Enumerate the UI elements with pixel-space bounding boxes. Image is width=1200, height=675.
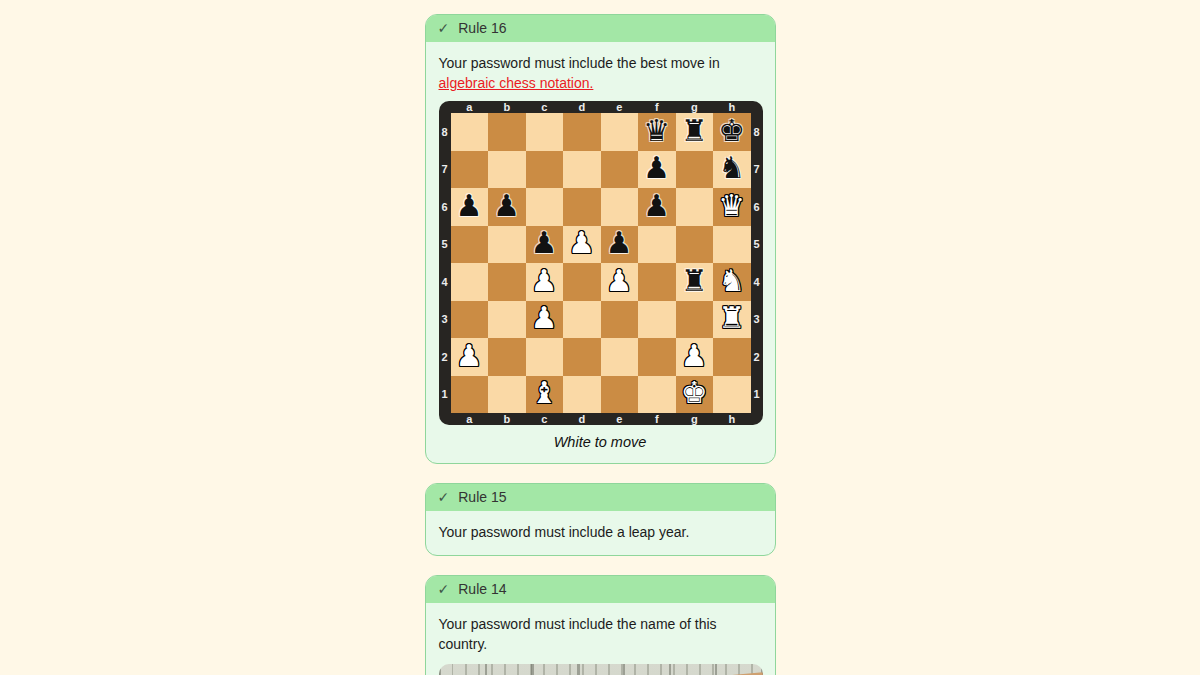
square-c3: ♟	[526, 301, 564, 339]
rank-label-1-left: 1	[439, 376, 451, 414]
black-pawn: ♟	[456, 191, 483, 221]
square-g6	[676, 188, 714, 226]
square-a8	[451, 113, 489, 151]
file-label-g-top: g	[676, 101, 714, 113]
square-d3	[563, 301, 601, 339]
square-f1	[638, 376, 676, 414]
square-h1	[713, 376, 751, 414]
square-f5	[638, 226, 676, 264]
rule-16-card: ✓ Rule 16 Your password must include the…	[425, 14, 776, 464]
black-pawn: ♟	[531, 228, 558, 258]
rule-16-text: Your password must include the best move…	[439, 53, 762, 93]
file-label-f-top: f	[638, 101, 676, 113]
square-b4	[488, 263, 526, 301]
square-g3	[676, 301, 714, 339]
black-knight: ♞	[718, 153, 745, 183]
square-a4	[451, 263, 489, 301]
rule-16-body: Your password must include the best move…	[426, 42, 775, 463]
rule-16-header: ✓ Rule 16	[426, 15, 775, 42]
square-e8	[601, 113, 639, 151]
rank-label-7-right: 7	[751, 151, 763, 189]
square-h4: ♞	[713, 263, 751, 301]
country-photo	[439, 664, 763, 675]
file-label-a-top: a	[451, 101, 489, 113]
black-pawn: ♟	[643, 191, 670, 221]
file-label-b-top: b	[488, 101, 526, 113]
square-e2	[601, 338, 639, 376]
black-rook: ♜	[681, 266, 708, 296]
board-corner	[439, 413, 451, 425]
white-king: ♚	[681, 378, 708, 408]
file-label-c-bottom: c	[526, 413, 564, 425]
square-d2	[563, 338, 601, 376]
black-pawn: ♟	[493, 191, 520, 221]
rank-label-2-left: 2	[439, 338, 451, 376]
square-d4	[563, 263, 601, 301]
rank-label-4-left: 4	[439, 263, 451, 301]
check-icon: ✓	[438, 581, 450, 597]
white-pawn: ♟	[456, 341, 483, 371]
square-b6: ♟	[488, 188, 526, 226]
rule-14-text: Your password must include the name of t…	[439, 614, 762, 654]
square-h5	[713, 226, 751, 264]
square-b2	[488, 338, 526, 376]
square-c5: ♟	[526, 226, 564, 264]
square-e5: ♟	[601, 226, 639, 264]
square-d5: ♟	[563, 226, 601, 264]
square-a6: ♟	[451, 188, 489, 226]
square-g2: ♟	[676, 338, 714, 376]
file-label-d-top: d	[563, 101, 601, 113]
rank-label-5-left: 5	[439, 226, 451, 264]
white-pawn: ♟	[681, 341, 708, 371]
black-pawn: ♟	[606, 228, 633, 258]
rank-label-2-right: 2	[751, 338, 763, 376]
square-c6	[526, 188, 564, 226]
square-c7	[526, 151, 564, 189]
algebraic-notation-link[interactable]: algebraic chess notation.	[439, 75, 594, 91]
square-h3: ♜	[713, 301, 751, 339]
square-d1	[563, 376, 601, 414]
square-c4: ♟	[526, 263, 564, 301]
square-f4	[638, 263, 676, 301]
square-c8	[526, 113, 564, 151]
square-g8: ♜	[676, 113, 714, 151]
square-h2	[713, 338, 751, 376]
white-pawn: ♟	[531, 303, 558, 333]
rank-label-1-right: 1	[751, 376, 763, 414]
rank-label-3-right: 3	[751, 301, 763, 339]
square-d7	[563, 151, 601, 189]
rule-15-text: Your password must include a leap year.	[439, 522, 762, 542]
square-b8	[488, 113, 526, 151]
square-a5	[451, 226, 489, 264]
board-corner	[751, 101, 763, 113]
rule-14-body: Your password must include the name of t…	[426, 603, 775, 675]
square-h8: ♚	[713, 113, 751, 151]
square-d8	[563, 113, 601, 151]
square-g4: ♜	[676, 263, 714, 301]
file-label-f-bottom: f	[638, 413, 676, 425]
square-c1: ♝	[526, 376, 564, 414]
rule-14-title: Rule 14	[458, 581, 506, 597]
black-king: ♚	[718, 116, 745, 146]
file-label-a-bottom: a	[451, 413, 489, 425]
square-e6	[601, 188, 639, 226]
rank-label-7-left: 7	[439, 151, 451, 189]
square-b7	[488, 151, 526, 189]
black-rook: ♜	[681, 116, 708, 146]
rules-column: ✓ Rule 16 Your password must include the…	[425, 14, 776, 675]
file-label-b-bottom: b	[488, 413, 526, 425]
white-queen: ♛	[718, 191, 745, 221]
rule-15-body: Your password must include a leap year.	[426, 511, 775, 555]
square-f8: ♛	[638, 113, 676, 151]
white-bishop: ♝	[531, 378, 558, 408]
square-a7	[451, 151, 489, 189]
to-move-caption: White to move	[439, 434, 762, 450]
rank-label-4-right: 4	[751, 263, 763, 301]
black-queen: ♛	[643, 116, 670, 146]
white-pawn: ♟	[606, 266, 633, 296]
rank-label-3-left: 3	[439, 301, 451, 339]
file-label-c-top: c	[526, 101, 564, 113]
board-corner	[439, 101, 451, 113]
rank-label-6-right: 6	[751, 188, 763, 226]
white-rook: ♜	[718, 303, 745, 333]
rank-label-6-left: 6	[439, 188, 451, 226]
file-label-e-top: e	[601, 101, 639, 113]
square-a2: ♟	[451, 338, 489, 376]
square-f2	[638, 338, 676, 376]
square-g1: ♚	[676, 376, 714, 414]
rule-15-header: ✓ Rule 15	[426, 484, 775, 511]
rank-label-5-right: 5	[751, 226, 763, 264]
rule-16-text-prefix: Your password must include the best move…	[439, 55, 720, 71]
square-g5	[676, 226, 714, 264]
square-h6: ♛	[713, 188, 751, 226]
square-e1	[601, 376, 639, 414]
rule-15-title: Rule 15	[458, 489, 506, 505]
file-label-d-bottom: d	[563, 413, 601, 425]
square-c2	[526, 338, 564, 376]
black-pawn: ♟	[643, 153, 670, 183]
chess-board: abcdefgh8♛♜♚87♟♞76♟♟♟♛65♟♟♟54♟♟♜♞43♟♜32♟…	[439, 101, 763, 425]
check-icon: ✓	[438, 20, 450, 36]
rule-16-title: Rule 16	[458, 20, 506, 36]
square-f3	[638, 301, 676, 339]
white-pawn: ♟	[531, 266, 558, 296]
rule-14-card: ✓ Rule 14 Your password must include the…	[425, 575, 776, 675]
square-e4: ♟	[601, 263, 639, 301]
square-b5	[488, 226, 526, 264]
square-e7	[601, 151, 639, 189]
square-b3	[488, 301, 526, 339]
square-a1	[451, 376, 489, 414]
rule-15-card: ✓ Rule 15 Your password must include a l…	[425, 483, 776, 556]
photo-wall-with-chains	[439, 664, 763, 675]
square-b1	[488, 376, 526, 414]
square-f6: ♟	[638, 188, 676, 226]
square-a3	[451, 301, 489, 339]
square-e3	[601, 301, 639, 339]
white-pawn: ♟	[568, 228, 595, 258]
file-label-h-bottom: h	[713, 413, 751, 425]
board-corner	[751, 413, 763, 425]
square-f7: ♟	[638, 151, 676, 189]
rule-14-header: ✓ Rule 14	[426, 576, 775, 603]
square-d6	[563, 188, 601, 226]
rank-label-8-left: 8	[439, 113, 451, 151]
file-label-e-bottom: e	[601, 413, 639, 425]
square-g7	[676, 151, 714, 189]
white-knight: ♞	[718, 266, 745, 296]
check-icon: ✓	[438, 489, 450, 505]
rank-label-8-right: 8	[751, 113, 763, 151]
file-label-h-top: h	[713, 101, 751, 113]
square-h7: ♞	[713, 151, 751, 189]
file-label-g-bottom: g	[676, 413, 714, 425]
